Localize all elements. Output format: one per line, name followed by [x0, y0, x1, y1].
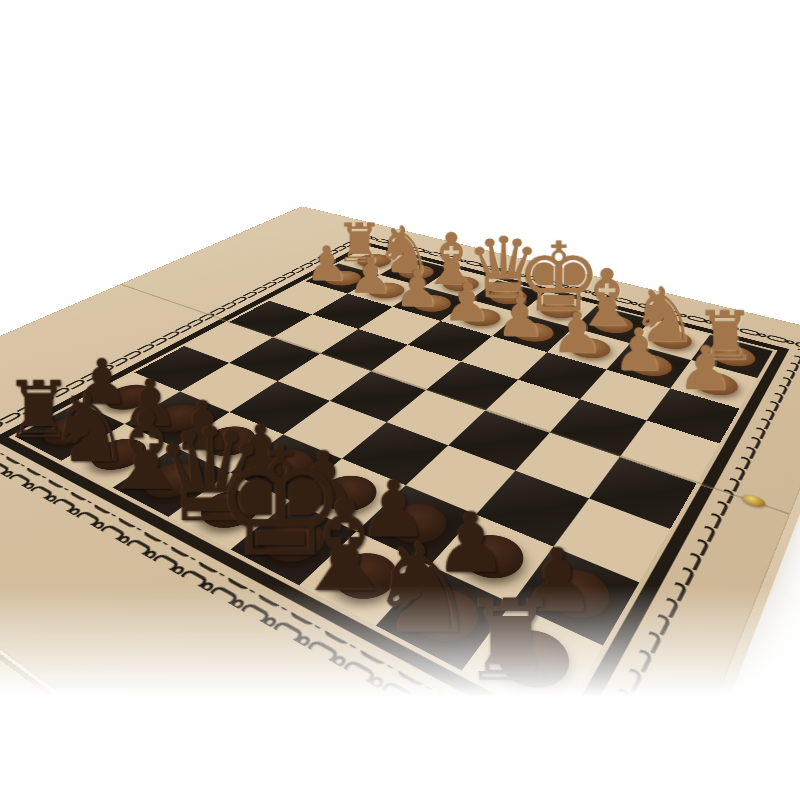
piece-base-disc [561, 334, 617, 362]
piece-wrap: ♟ [548, 331, 627, 369]
square-r6c3 [230, 381, 330, 434]
piece-base-disc [643, 326, 697, 353]
square-r5c6 [448, 410, 550, 470]
piece-base-disc [95, 380, 164, 415]
piece-base-disc [586, 311, 639, 336]
piece-base-disc [436, 273, 486, 294]
product-photo: ♜♞♝♛♚♝♞♜♟♟♟♟♟♟♟♟♟♟♟♟♟♟♟♟♜♞♝♛♚♝♞♜ [0, 0, 800, 800]
piece-base-disc [193, 421, 266, 462]
square-r3c6 [518, 352, 606, 399]
piece-base-disc [376, 497, 457, 551]
piece-base-disc [309, 469, 387, 518]
piece-base-disc [450, 527, 533, 587]
photo-white-fade [0, 585, 800, 800]
